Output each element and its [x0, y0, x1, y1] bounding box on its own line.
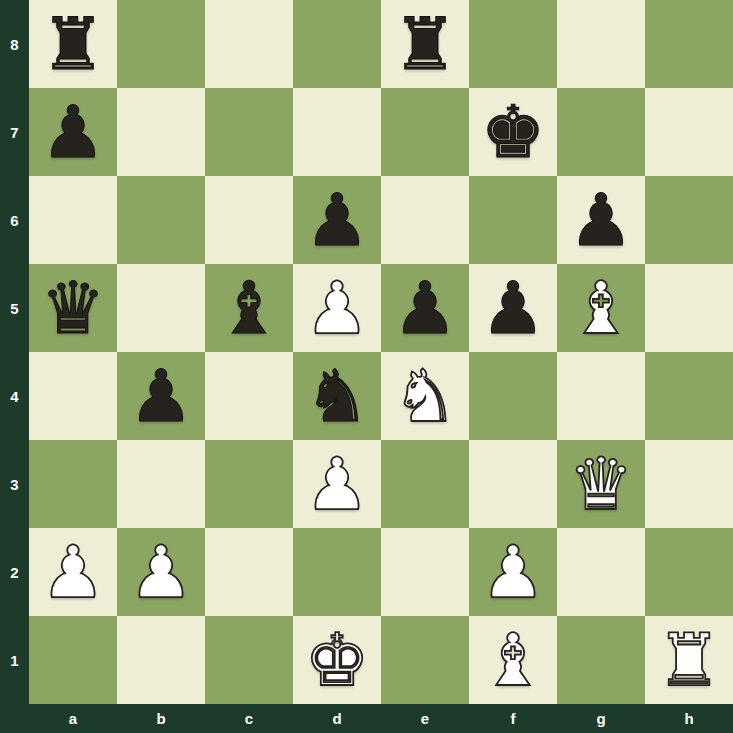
rank-label-6: 6 — [0, 176, 29, 264]
rank-label-7: 7 — [0, 88, 29, 176]
square-h5[interactable] — [645, 264, 733, 352]
square-b4[interactable]: ♟ — [117, 352, 205, 440]
square-h7[interactable] — [645, 88, 733, 176]
black-bishop[interactable]: ♝ — [217, 264, 282, 352]
square-h6[interactable] — [645, 176, 733, 264]
black-rook[interactable]: ♜ — [393, 0, 458, 88]
white-bishop[interactable]: ♝ — [481, 616, 546, 704]
black-rook[interactable]: ♜ — [41, 0, 106, 88]
square-g3[interactable]: ♛ — [557, 440, 645, 528]
square-a7[interactable]: ♟ — [29, 88, 117, 176]
rank-label-5: 5 — [0, 264, 29, 352]
black-king[interactable]: ♚ — [481, 88, 546, 176]
rank-label-8: 8 — [0, 0, 29, 88]
square-c3[interactable] — [205, 440, 293, 528]
white-pawn[interactable]: ♟ — [129, 528, 194, 616]
black-pawn[interactable]: ♟ — [393, 264, 458, 352]
rank-label-2: 2 — [0, 528, 29, 616]
square-e5[interactable]: ♟ — [381, 264, 469, 352]
square-h1[interactable]: ♜ — [645, 616, 733, 704]
square-a8[interactable]: ♜ — [29, 0, 117, 88]
square-h4[interactable] — [645, 352, 733, 440]
chess-board: 8♜♜7♟♚6♟♟5♛♝♟♟♟♝4♟♞♞3♟♛2♟♟♟1♚♝♜abcdefgh — [0, 0, 733, 733]
square-f1[interactable]: ♝ — [469, 616, 557, 704]
square-a3[interactable] — [29, 440, 117, 528]
square-d2[interactable] — [293, 528, 381, 616]
square-d6[interactable]: ♟ — [293, 176, 381, 264]
square-e4[interactable]: ♞ — [381, 352, 469, 440]
square-b6[interactable] — [117, 176, 205, 264]
file-label-a: a — [29, 704, 117, 733]
file-label-c: c — [205, 704, 293, 733]
square-e6[interactable] — [381, 176, 469, 264]
square-c2[interactable] — [205, 528, 293, 616]
square-f7[interactable]: ♚ — [469, 88, 557, 176]
rank-label-1: 1 — [0, 616, 29, 704]
black-knight[interactable]: ♞ — [305, 352, 370, 440]
square-f6[interactable] — [469, 176, 557, 264]
square-b3[interactable] — [117, 440, 205, 528]
white-queen[interactable]: ♛ — [569, 440, 634, 528]
square-b1[interactable] — [117, 616, 205, 704]
file-label-f: f — [469, 704, 557, 733]
white-king[interactable]: ♚ — [305, 616, 370, 704]
square-h2[interactable] — [645, 528, 733, 616]
square-b7[interactable] — [117, 88, 205, 176]
square-d1[interactable]: ♚ — [293, 616, 381, 704]
board-corner-spacer — [0, 704, 29, 733]
square-a5[interactable]: ♛ — [29, 264, 117, 352]
square-b5[interactable] — [117, 264, 205, 352]
white-pawn[interactable]: ♟ — [305, 264, 370, 352]
file-label-b: b — [117, 704, 205, 733]
square-g7[interactable] — [557, 88, 645, 176]
square-c5[interactable]: ♝ — [205, 264, 293, 352]
square-c8[interactable] — [205, 0, 293, 88]
square-g2[interactable] — [557, 528, 645, 616]
square-g4[interactable] — [557, 352, 645, 440]
black-pawn[interactable]: ♟ — [569, 176, 634, 264]
square-c1[interactable] — [205, 616, 293, 704]
rank-label-4: 4 — [0, 352, 29, 440]
square-a4[interactable] — [29, 352, 117, 440]
square-d3[interactable]: ♟ — [293, 440, 381, 528]
square-e3[interactable] — [381, 440, 469, 528]
file-label-g: g — [557, 704, 645, 733]
white-pawn[interactable]: ♟ — [481, 528, 546, 616]
square-d7[interactable] — [293, 88, 381, 176]
square-d5[interactable]: ♟ — [293, 264, 381, 352]
square-a6[interactable] — [29, 176, 117, 264]
square-c4[interactable] — [205, 352, 293, 440]
square-f3[interactable] — [469, 440, 557, 528]
file-label-e: e — [381, 704, 469, 733]
file-label-d: d — [293, 704, 381, 733]
rank-label-3: 3 — [0, 440, 29, 528]
black-pawn[interactable]: ♟ — [129, 352, 194, 440]
square-d4[interactable]: ♞ — [293, 352, 381, 440]
square-d8[interactable] — [293, 0, 381, 88]
white-pawn[interactable]: ♟ — [41, 528, 106, 616]
square-f4[interactable] — [469, 352, 557, 440]
square-c6[interactable] — [205, 176, 293, 264]
square-f8[interactable] — [469, 0, 557, 88]
white-bishop[interactable]: ♝ — [569, 264, 634, 352]
square-g6[interactable]: ♟ — [557, 176, 645, 264]
square-c7[interactable] — [205, 88, 293, 176]
square-e7[interactable] — [381, 88, 469, 176]
black-pawn[interactable]: ♟ — [305, 176, 370, 264]
black-pawn[interactable]: ♟ — [41, 88, 106, 176]
square-a1[interactable] — [29, 616, 117, 704]
square-g5[interactable]: ♝ — [557, 264, 645, 352]
square-f2[interactable]: ♟ — [469, 528, 557, 616]
white-knight[interactable]: ♞ — [393, 352, 458, 440]
square-g1[interactable] — [557, 616, 645, 704]
square-a2[interactable]: ♟ — [29, 528, 117, 616]
black-queen[interactable]: ♛ — [41, 264, 106, 352]
square-b2[interactable]: ♟ — [117, 528, 205, 616]
square-e1[interactable] — [381, 616, 469, 704]
file-label-h: h — [645, 704, 733, 733]
square-g8[interactable] — [557, 0, 645, 88]
square-h8[interactable] — [645, 0, 733, 88]
square-b8[interactable] — [117, 0, 205, 88]
square-e8[interactable]: ♜ — [381, 0, 469, 88]
square-f5[interactable]: ♟ — [469, 264, 557, 352]
square-h3[interactable] — [645, 440, 733, 528]
white-pawn[interactable]: ♟ — [305, 440, 370, 528]
white-rook[interactable]: ♜ — [657, 616, 722, 704]
square-e2[interactable] — [381, 528, 469, 616]
black-pawn[interactable]: ♟ — [481, 264, 546, 352]
